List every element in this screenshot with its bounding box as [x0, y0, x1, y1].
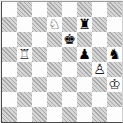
square-a3[interactable]: [2, 77, 17, 92]
white-knight-d7[interactable]: ♘: [47, 17, 62, 32]
square-c4[interactable]: [32, 62, 47, 77]
square-d4[interactable]: [47, 62, 62, 77]
square-e3[interactable]: [62, 77, 77, 92]
black-pawn-f5[interactable]: ♟: [77, 47, 92, 62]
square-c2[interactable]: [32, 92, 47, 107]
square-g5[interactable]: [92, 47, 107, 62]
square-f4[interactable]: [77, 62, 92, 77]
square-f7[interactable]: ♜: [77, 17, 92, 32]
square-b1[interactable]: [17, 107, 32, 122]
square-h1[interactable]: [107, 107, 122, 122]
square-b3[interactable]: [17, 77, 32, 92]
square-g7[interactable]: [92, 17, 107, 32]
black-knight-h5[interactable]: ♞: [107, 47, 122, 62]
square-c6[interactable]: [32, 32, 47, 47]
square-h3[interactable]: ♔: [107, 77, 122, 92]
square-d6[interactable]: [47, 32, 62, 47]
square-g3[interactable]: [92, 77, 107, 92]
square-e6[interactable]: ♚: [62, 32, 77, 47]
chess-diagram: ♘♜♚♖♟♞♙♔: [0, 0, 123, 123]
chess-board: ♘♜♚♖♟♞♙♔: [1, 1, 123, 123]
square-e1[interactable]: [62, 107, 77, 122]
square-g1[interactable]: [92, 107, 107, 122]
square-h4[interactable]: [107, 62, 122, 77]
square-d3[interactable]: [47, 77, 62, 92]
square-f2[interactable]: [77, 92, 92, 107]
square-c7[interactable]: [32, 17, 47, 32]
square-g2[interactable]: [92, 92, 107, 107]
square-e5[interactable]: [62, 47, 77, 62]
white-rook-b5[interactable]: ♖: [17, 47, 32, 62]
square-h5[interactable]: ♞: [107, 47, 122, 62]
square-a4[interactable]: [2, 62, 17, 77]
square-f5[interactable]: ♟: [77, 47, 92, 62]
square-a7[interactable]: [2, 17, 17, 32]
square-a2[interactable]: [2, 92, 17, 107]
square-d2[interactable]: [47, 92, 62, 107]
square-b8[interactable]: [17, 2, 32, 17]
white-pawn-g4[interactable]: ♙: [92, 62, 107, 77]
square-e8[interactable]: [62, 2, 77, 17]
square-h8[interactable]: [107, 2, 122, 17]
black-rook-f7[interactable]: ♜: [77, 17, 92, 32]
square-d1[interactable]: [47, 107, 62, 122]
square-e4[interactable]: [62, 62, 77, 77]
square-d5[interactable]: [47, 47, 62, 62]
square-f6[interactable]: [77, 32, 92, 47]
square-g8[interactable]: [92, 2, 107, 17]
square-a6[interactable]: [2, 32, 17, 47]
square-a1[interactable]: [2, 107, 17, 122]
white-king-h3[interactable]: ♔: [107, 77, 122, 92]
square-f1[interactable]: [77, 107, 92, 122]
square-h6[interactable]: [107, 32, 122, 47]
square-g6[interactable]: [92, 32, 107, 47]
square-b7[interactable]: [17, 17, 32, 32]
square-b2[interactable]: [17, 92, 32, 107]
square-h7[interactable]: [107, 17, 122, 32]
square-e7[interactable]: [62, 17, 77, 32]
square-d7[interactable]: ♘: [47, 17, 62, 32]
square-e2[interactable]: [62, 92, 77, 107]
square-c1[interactable]: [32, 107, 47, 122]
square-b5[interactable]: ♖: [17, 47, 32, 62]
square-c3[interactable]: [32, 77, 47, 92]
square-d8[interactable]: [47, 2, 62, 17]
square-c8[interactable]: [32, 2, 47, 17]
square-f8[interactable]: [77, 2, 92, 17]
square-a8[interactable]: [2, 2, 17, 17]
square-f3[interactable]: [77, 77, 92, 92]
square-b6[interactable]: [17, 32, 32, 47]
square-b4[interactable]: [17, 62, 32, 77]
black-king-e6[interactable]: ♚: [62, 32, 77, 47]
square-a5[interactable]: [2, 47, 17, 62]
square-g4[interactable]: ♙: [92, 62, 107, 77]
square-c5[interactable]: [32, 47, 47, 62]
square-h2[interactable]: [107, 92, 122, 107]
